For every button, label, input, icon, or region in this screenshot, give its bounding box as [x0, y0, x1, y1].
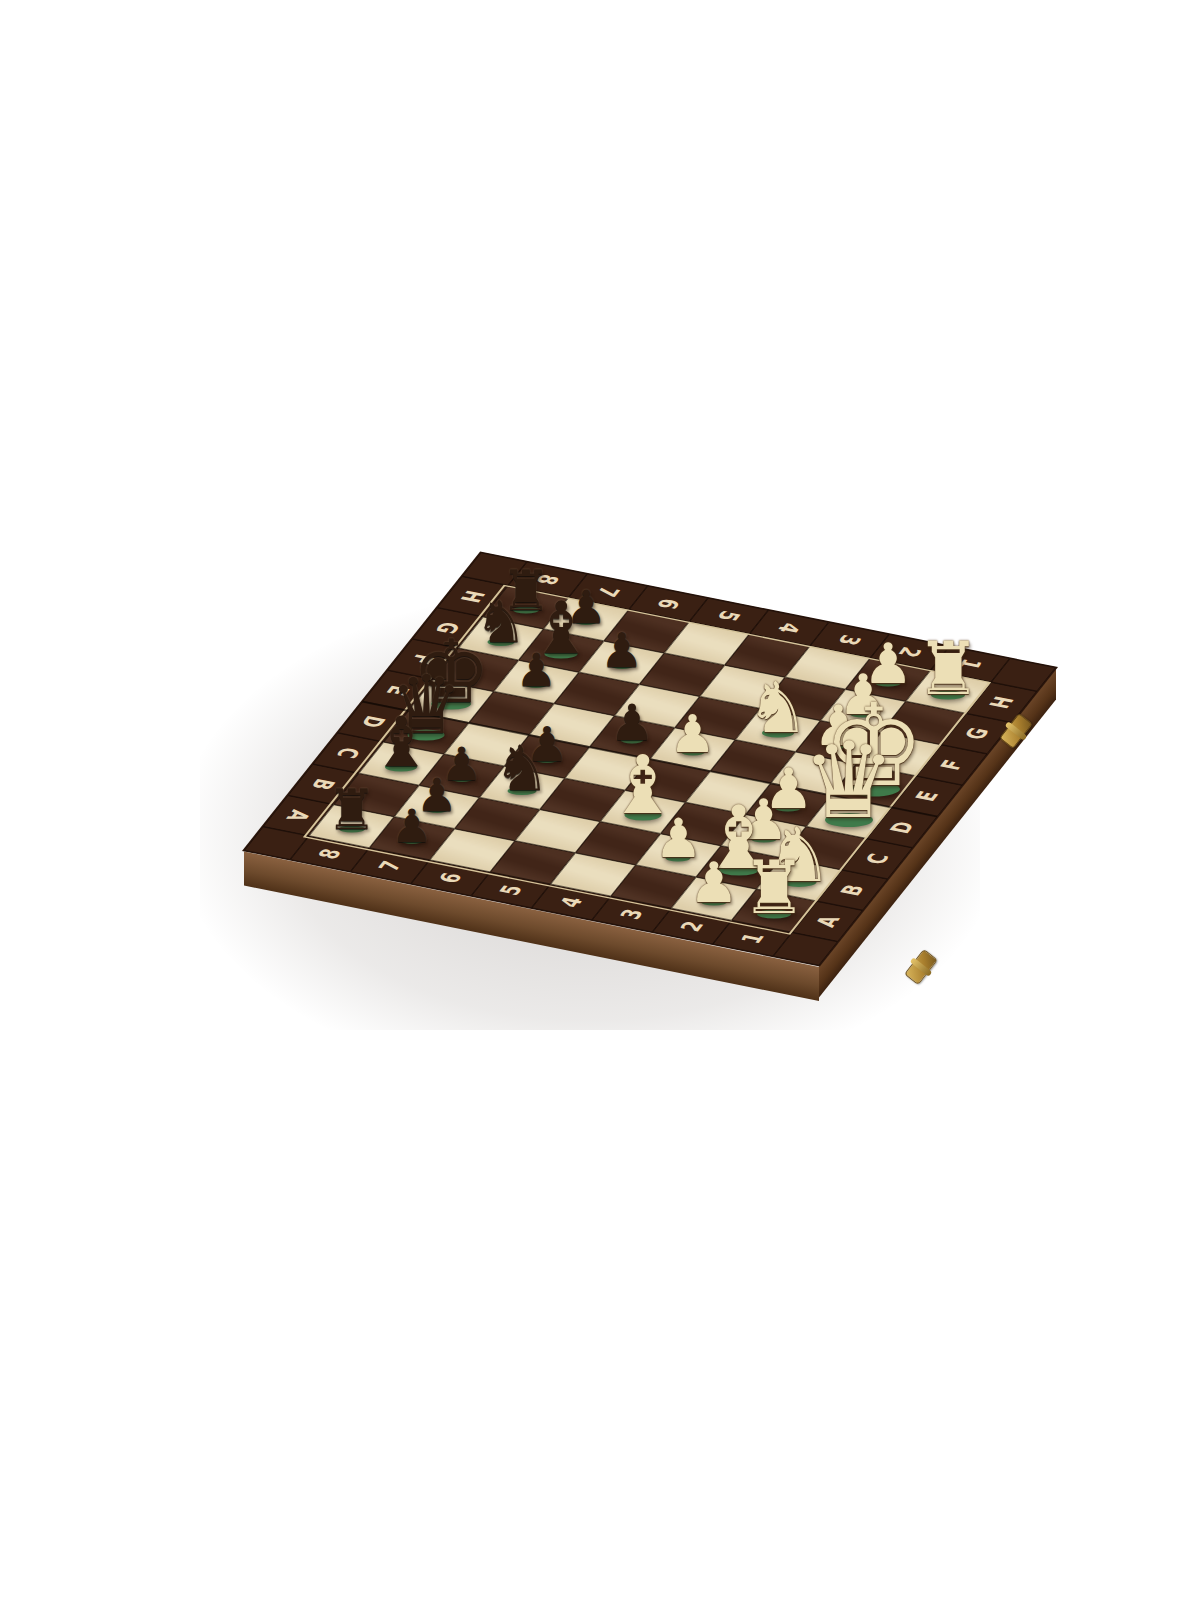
file-label-near: F	[936, 758, 967, 772]
file-label-near: A	[811, 914, 843, 929]
piece-white-pawn-a2[interactable]: ♟	[689, 854, 739, 910]
piece-black-pawn-g6[interactable]: ♟	[600, 625, 643, 673]
chess-photo-scene: AA88BB77CC66DD55EE44FF33GG22HH11 ♜♞♛♚♜♟♝…	[0, 0, 1200, 1600]
file-label-near: C	[861, 852, 893, 866]
rank-label-afile: 3	[616, 907, 647, 921]
rank-label-afile: 8	[314, 847, 345, 861]
file-label-far: A	[282, 808, 314, 823]
rank-label-afile: 7	[374, 859, 405, 873]
rank-label-afile: 2	[676, 919, 707, 933]
piece-black-pawn-f7[interactable]: ♟	[516, 646, 557, 692]
file-label-near: H	[985, 695, 1018, 710]
rank-label-hfile: 4	[773, 621, 804, 635]
file-label-near: G	[960, 726, 993, 741]
rank-label-afile: 4	[555, 895, 586, 909]
piece-white-rook-a1[interactable]: ♜	[741, 851, 806, 924]
rank-label-hfile: 3	[834, 633, 865, 647]
piece-black-bishop-c8[interactable]: ♝	[370, 708, 432, 777]
file-label-far: C	[332, 746, 364, 760]
rank-label-afile: 5	[495, 883, 526, 897]
rank-label-afile: 6	[435, 871, 466, 885]
rank-label-hfile: 6	[653, 597, 684, 611]
piece-white-rook-h1[interactable]: ♜	[916, 632, 981, 705]
piece-black-knight-c6[interactable]: ♞	[494, 737, 550, 800]
piece-white-knight-f3[interactable]: ♞	[746, 673, 809, 743]
rank-label-hfile: 5	[713, 609, 744, 623]
file-label-near: B	[836, 883, 868, 898]
rank-label-afile: 1	[737, 931, 768, 945]
piece-black-rook-a8[interactable]: ♜	[326, 782, 376, 838]
piece-black-pawn-a7[interactable]: ♟	[391, 803, 432, 849]
